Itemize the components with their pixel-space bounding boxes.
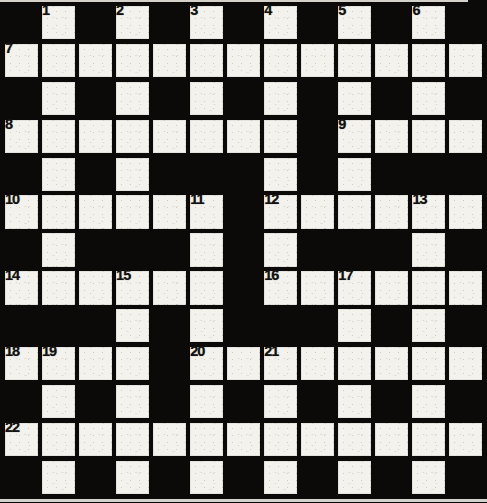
white-cell-r1-c3[interactable] <box>116 44 149 77</box>
black-cell-r4-c4 <box>153 158 186 191</box>
clue-number-10: 10 <box>5 192 19 208</box>
crossword-board: 12345678910111213141516171819202122 <box>0 0 487 503</box>
white-cell-r10-c5[interactable] <box>190 385 223 418</box>
clue-number-19: 19 <box>42 344 56 360</box>
black-cell-r6-c8 <box>301 233 334 266</box>
clue-number-4: 4 <box>264 3 271 19</box>
white-cell-r7-c11[interactable] <box>412 271 445 304</box>
clue-number-17: 17 <box>338 268 352 284</box>
clue-number-3: 3 <box>190 3 197 19</box>
black-cell-r8-c10 <box>375 309 408 342</box>
black-cell-r2-c4 <box>153 82 186 115</box>
white-cell-r3-c9[interactable]: 9 <box>338 120 371 153</box>
black-cell-r2-c10 <box>375 82 408 115</box>
white-cell-r2-c5[interactable] <box>190 82 223 115</box>
clue-number-5: 5 <box>338 3 345 19</box>
white-cell-r0-c1[interactable]: 1 <box>42 6 75 39</box>
white-cell-r8-c9[interactable] <box>338 309 371 342</box>
black-cell-r8-c2 <box>79 309 112 342</box>
black-cell-r10-c6 <box>227 385 260 418</box>
white-cell-r0-c11[interactable]: 6 <box>412 6 445 39</box>
black-cell-r0-c10 <box>375 6 408 39</box>
white-cell-r9-c0[interactable]: 18 <box>5 347 38 380</box>
white-cell-r5-c3[interactable] <box>116 195 149 228</box>
white-cell-r6-c5[interactable] <box>190 233 223 266</box>
white-cell-r11-c4[interactable] <box>153 423 186 456</box>
clue-number-2: 2 <box>116 3 123 19</box>
white-cell-r9-c8[interactable] <box>301 347 334 380</box>
white-cell-r3-c4[interactable] <box>153 120 186 153</box>
white-cell-r9-c12[interactable] <box>449 347 482 380</box>
black-cell-r6-c3 <box>116 233 149 266</box>
white-cell-r5-c8[interactable] <box>301 195 334 228</box>
white-cell-r0-c5[interactable]: 3 <box>190 6 223 39</box>
white-cell-r7-c1[interactable] <box>42 271 75 304</box>
white-cell-r1-c4[interactable] <box>153 44 186 77</box>
white-cell-r0-c7[interactable]: 4 <box>264 6 297 39</box>
white-cell-r11-c7[interactable] <box>264 423 297 456</box>
white-cell-r12-c3[interactable] <box>116 461 149 494</box>
white-cell-r11-c6[interactable] <box>227 423 260 456</box>
white-cell-r4-c9[interactable] <box>338 158 371 191</box>
clue-number-15: 15 <box>116 268 130 284</box>
black-cell-r3-c8 <box>301 120 334 153</box>
clue-number-21: 21 <box>264 344 278 360</box>
clue-number-13: 13 <box>412 192 426 208</box>
white-cell-r4-c1[interactable] <box>42 158 75 191</box>
white-cell-r1-c6[interactable] <box>227 44 260 77</box>
white-cell-r11-c5[interactable] <box>190 423 223 456</box>
black-cell-r7-c6 <box>227 271 260 304</box>
white-cell-r3-c6[interactable] <box>227 120 260 153</box>
black-cell-r4-c12 <box>449 158 482 191</box>
black-cell-r10-c0 <box>5 385 38 418</box>
black-cell-r10-c2 <box>79 385 112 418</box>
white-cell-r7-c2[interactable] <box>79 271 112 304</box>
white-cell-r9-c3[interactable] <box>116 347 149 380</box>
white-cell-r8-c11[interactable] <box>412 309 445 342</box>
white-cell-r0-c3[interactable]: 2 <box>116 6 149 39</box>
black-cell-r10-c4 <box>153 385 186 418</box>
black-cell-r4-c0 <box>5 158 38 191</box>
white-cell-r11-c3[interactable] <box>116 423 149 456</box>
white-cell-r7-c12[interactable] <box>449 271 482 304</box>
black-cell-r0-c8 <box>301 6 334 39</box>
white-cell-r5-c7[interactable]: 12 <box>264 195 297 228</box>
white-cell-r11-c0[interactable]: 22 <box>5 423 38 456</box>
white-cell-r3-c7[interactable] <box>264 120 297 153</box>
crossword-puzzle: 12345678910111213141516171819202122 <box>0 0 487 503</box>
white-cell-r9-c1[interactable]: 19 <box>42 347 75 380</box>
black-cell-r5-c6 <box>227 195 260 228</box>
white-cell-r1-c2[interactable] <box>79 44 112 77</box>
white-cell-r5-c10[interactable] <box>375 195 408 228</box>
white-cell-r5-c11[interactable]: 13 <box>412 195 445 228</box>
black-cell-r6-c9 <box>338 233 371 266</box>
clue-number-18: 18 <box>5 344 19 360</box>
black-cell-r6-c6 <box>227 233 260 266</box>
white-cell-r9-c9[interactable] <box>338 347 371 380</box>
black-cell-r10-c10 <box>375 385 408 418</box>
white-cell-r1-c8[interactable] <box>301 44 334 77</box>
white-cell-r3-c3[interactable] <box>116 120 149 153</box>
black-cell-r10-c12 <box>449 385 482 418</box>
black-cell-r4-c5 <box>190 158 223 191</box>
black-cell-r0-c0 <box>5 6 38 39</box>
white-cell-r11-c11[interactable] <box>412 423 445 456</box>
black-cell-r10-c8 <box>301 385 334 418</box>
white-cell-r10-c9[interactable] <box>338 385 371 418</box>
black-cell-r12-c8 <box>301 461 334 494</box>
white-cell-r7-c5[interactable] <box>190 271 223 304</box>
white-cell-r12-c9[interactable] <box>338 461 371 494</box>
white-cell-r3-c11[interactable] <box>412 120 445 153</box>
white-cell-r11-c9[interactable] <box>338 423 371 456</box>
white-cell-r10-c1[interactable] <box>42 385 75 418</box>
white-cell-r7-c0[interactable]: 14 <box>5 271 38 304</box>
black-cell-r4-c11 <box>412 158 445 191</box>
white-cell-r1-c5[interactable] <box>190 44 223 77</box>
white-cell-r9-c11[interactable] <box>412 347 445 380</box>
clue-number-22: 22 <box>5 420 19 436</box>
white-cell-r1-c0[interactable]: 7 <box>5 44 38 77</box>
white-cell-r6-c11[interactable] <box>412 233 445 266</box>
black-cell-r12-c4 <box>153 461 186 494</box>
white-cell-r10-c7[interactable] <box>264 385 297 418</box>
white-cell-r1-c7[interactable] <box>264 44 297 77</box>
black-cell-r2-c2 <box>79 82 112 115</box>
white-cell-r11-c8[interactable] <box>301 423 334 456</box>
white-cell-r5-c2[interactable] <box>79 195 112 228</box>
clue-number-1: 1 <box>42 3 49 19</box>
black-cell-r9-c4 <box>153 347 186 380</box>
white-cell-r3-c5[interactable] <box>190 120 223 153</box>
black-cell-r4-c6 <box>227 158 260 191</box>
black-cell-r6-c10 <box>375 233 408 266</box>
black-cell-r2-c12 <box>449 82 482 115</box>
black-cell-r12-c2 <box>79 461 112 494</box>
white-cell-r0-c9[interactable]: 5 <box>338 6 371 39</box>
white-cell-r12-c1[interactable] <box>42 461 75 494</box>
white-cell-r9-c5[interactable]: 20 <box>190 347 223 380</box>
black-cell-r8-c7 <box>264 309 297 342</box>
white-cell-r8-c5[interactable] <box>190 309 223 342</box>
white-cell-r9-c7[interactable]: 21 <box>264 347 297 380</box>
black-cell-r12-c0 <box>5 461 38 494</box>
black-cell-r4-c10 <box>375 158 408 191</box>
black-cell-r6-c2 <box>79 233 112 266</box>
white-cell-r10-c11[interactable] <box>412 385 445 418</box>
white-cell-r3-c0[interactable]: 8 <box>5 120 38 153</box>
white-cell-r12-c7[interactable] <box>264 461 297 494</box>
black-cell-r0-c12 <box>449 6 482 39</box>
white-cell-r5-c0[interactable]: 10 <box>5 195 38 228</box>
white-cell-r9-c6[interactable] <box>227 347 260 380</box>
black-cell-r8-c4 <box>153 309 186 342</box>
clue-number-8: 8 <box>5 117 12 133</box>
black-cell-r2-c6 <box>227 82 260 115</box>
white-cell-r2-c1[interactable] <box>42 82 75 115</box>
white-cell-r2-c9[interactable] <box>338 82 371 115</box>
white-cell-r7-c9[interactable]: 17 <box>338 271 371 304</box>
black-cell-r2-c0 <box>5 82 38 115</box>
black-cell-r6-c0 <box>5 233 38 266</box>
white-cell-r5-c4[interactable] <box>153 195 186 228</box>
white-cell-r3-c1[interactable] <box>42 120 75 153</box>
white-cell-r7-c7[interactable]: 16 <box>264 271 297 304</box>
white-cell-r5-c1[interactable] <box>42 195 75 228</box>
black-cell-r0-c2 <box>79 6 112 39</box>
white-cell-r3-c2[interactable] <box>79 120 112 153</box>
scan-artifact-bottom <box>0 499 487 502</box>
white-cell-r11-c10[interactable] <box>375 423 408 456</box>
white-cell-r7-c8[interactable] <box>301 271 334 304</box>
white-cell-r2-c11[interactable] <box>412 82 445 115</box>
black-cell-r8-c8 <box>301 309 334 342</box>
black-cell-r0-c6 <box>227 6 260 39</box>
clue-number-20: 20 <box>190 344 204 360</box>
black-cell-r6-c12 <box>449 233 482 266</box>
white-cell-r1-c10[interactable] <box>375 44 408 77</box>
white-cell-r7-c3[interactable]: 15 <box>116 271 149 304</box>
white-cell-r2-c3[interactable] <box>116 82 149 115</box>
white-cell-r1-c12[interactable] <box>449 44 482 77</box>
clue-number-9: 9 <box>338 117 345 133</box>
white-cell-r12-c11[interactable] <box>412 461 445 494</box>
white-cell-r9-c2[interactable] <box>79 347 112 380</box>
black-cell-r2-c8 <box>301 82 334 115</box>
clue-number-11: 11 <box>190 192 203 208</box>
clue-number-12: 12 <box>264 192 278 208</box>
black-cell-r8-c6 <box>227 309 260 342</box>
black-cell-r12-c6 <box>227 461 260 494</box>
white-cell-r8-c3[interactable] <box>116 309 149 342</box>
clue-number-14: 14 <box>5 268 19 284</box>
black-cell-r8-c1 <box>42 309 75 342</box>
black-cell-r4-c8 <box>301 158 334 191</box>
white-cell-r11-c2[interactable] <box>79 423 112 456</box>
scan-artifact-top <box>0 0 468 2</box>
white-cell-r5-c5[interactable]: 11 <box>190 195 223 228</box>
clue-number-6: 6 <box>412 3 419 19</box>
black-cell-r0-c4 <box>153 6 186 39</box>
clue-number-16: 16 <box>264 268 278 284</box>
black-cell-r6-c4 <box>153 233 186 266</box>
black-cell-r8-c0 <box>5 309 38 342</box>
black-cell-r12-c12 <box>449 461 482 494</box>
white-cell-r4-c3[interactable] <box>116 158 149 191</box>
white-cell-r6-c1[interactable] <box>42 233 75 266</box>
white-cell-r1-c9[interactable] <box>338 44 371 77</box>
white-cell-r4-c7[interactable] <box>264 158 297 191</box>
white-cell-r7-c4[interactable] <box>153 271 186 304</box>
white-cell-r10-c3[interactable] <box>116 385 149 418</box>
clue-number-7: 7 <box>5 41 12 57</box>
white-cell-r12-c5[interactable] <box>190 461 223 494</box>
white-cell-r6-c7[interactable] <box>264 233 297 266</box>
white-cell-r2-c7[interactable] <box>264 82 297 115</box>
white-cell-r3-c12[interactable] <box>449 120 482 153</box>
white-cell-r1-c11[interactable] <box>412 44 445 77</box>
white-cell-r9-c10[interactable] <box>375 347 408 380</box>
white-cell-r11-c12[interactable] <box>449 423 482 456</box>
black-cell-r8-c12 <box>449 309 482 342</box>
black-cell-r4-c2 <box>79 158 112 191</box>
black-cell-r12-c10 <box>375 461 408 494</box>
white-cell-r1-c1[interactable] <box>42 44 75 77</box>
white-cell-r3-c10[interactable] <box>375 120 408 153</box>
white-cell-r7-c10[interactable] <box>375 271 408 304</box>
white-cell-r5-c9[interactable] <box>338 195 371 228</box>
white-cell-r11-c1[interactable] <box>42 423 75 456</box>
white-cell-r5-c12[interactable] <box>449 195 482 228</box>
